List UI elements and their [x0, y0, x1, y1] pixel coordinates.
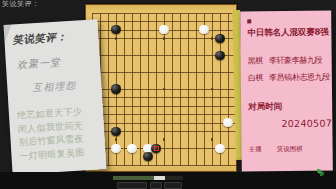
- seek-bar-handle[interactable]: [154, 176, 165, 180]
- stone-white: [111, 144, 120, 153]
- player-control-button[interactable]: [150, 182, 162, 189]
- stone-black: [215, 51, 224, 60]
- corner-watermark: 笑说笑评：: [2, 0, 40, 9]
- note-title: 笑说笑评：: [12, 29, 93, 48]
- star-point: [163, 37, 166, 40]
- host-label: 主播: [249, 145, 262, 154]
- sprout-icon: [317, 169, 324, 176]
- star-point: [211, 88, 214, 91]
- game-date: 20240507: [281, 118, 327, 129]
- video-frame: 笑说笑评： 笑说笑评： 欢聚一堂 互相埋怨 绝艺如君天下少 闲人似我世间无 别后…: [0, 0, 336, 189]
- star-point: [211, 37, 214, 40]
- stone-white: [159, 25, 168, 34]
- white-player-row: 白棋 李昌镐朴志恩九段: [248, 72, 327, 84]
- poem-block: 绝艺如君天下少 闲人似我世间无 别后竹窗风雪夜 一灯明暗复吴图: [17, 104, 100, 163]
- black-players: 李轩豪李赫九段: [269, 55, 322, 67]
- stone-white: [199, 25, 208, 34]
- star-point: [163, 138, 166, 141]
- host-row: 主播 笑说围棋: [249, 145, 328, 155]
- game-time-label: 对局时间: [248, 101, 327, 114]
- stone-black: [111, 25, 120, 34]
- seek-bar-fill: [113, 176, 155, 180]
- stone-black: [111, 84, 120, 93]
- stone-black: [215, 34, 224, 43]
- note-line-1: 欢聚一堂: [17, 54, 95, 73]
- stone-white: [215, 144, 224, 153]
- go-board: [85, 4, 237, 172]
- stone-white: [223, 118, 232, 127]
- white-label: 白棋: [248, 72, 263, 83]
- note-line-2: 互相埋怨: [32, 78, 96, 96]
- stone-white: [127, 144, 136, 153]
- black-label: 黑棋: [248, 55, 263, 66]
- card-corner-mark: [247, 19, 251, 23]
- last-move-marker: [154, 146, 159, 151]
- stone-black: [151, 144, 160, 153]
- seek-bar[interactable]: [113, 176, 183, 180]
- host-name: 笑说围棋: [277, 145, 303, 154]
- white-players: 李昌镐朴志恩九段: [269, 72, 330, 84]
- player-control-button[interactable]: [164, 182, 182, 189]
- star-point: [115, 138, 118, 141]
- video-player-bar: [0, 172, 336, 189]
- commentary-note-card: 笑说笑评： 欢聚一堂 互相埋怨 绝艺如君天下少 闲人似我世间无 别后竹窗风雪夜 …: [4, 19, 107, 174]
- star-point: [115, 37, 118, 40]
- star-point: [211, 138, 214, 141]
- event-title: 中日韩名人混双赛8强: [247, 27, 326, 40]
- stone-black: [143, 152, 152, 161]
- star-point: [163, 88, 166, 91]
- match-info-card: 中日韩名人混双赛8强 黑棋 李轩豪李赫九段 白棋 李昌镐朴志恩九段 对局时间 2…: [240, 11, 333, 172]
- black-player-row: 黑棋 李轩豪李赫九段: [248, 55, 327, 67]
- stone-black: [111, 127, 120, 136]
- player-control-button[interactable]: [117, 182, 147, 189]
- go-board-grid: [92, 13, 237, 166]
